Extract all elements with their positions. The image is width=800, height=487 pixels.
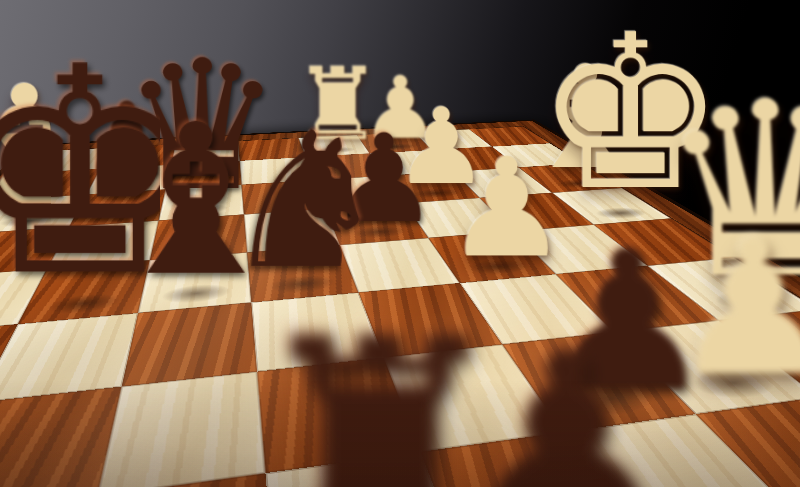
white-pawn: ♟	[784, 284, 800, 487]
chess-board: ♜♟♟♝♛♟♝♟♚♚♝♞♟♛♟♟♜♟♟	[0, 121, 800, 487]
board-grid: ♜♟♟♝♛♟♝♟♚♚♝♞♟♛♟♟♜♟♟	[0, 126, 800, 487]
board-scene: ♜♟♟♝♛♟♝♟♚♚♝♞♟♛♟♟♜♟♟	[0, 0, 800, 487]
black-king: ♚	[0, 30, 208, 316]
chess-photo-stage: ♜♟♟♝♛♟♝♟♚♚♝♞♟♛♟♟♜♟♟	[0, 0, 800, 487]
black-rook: ♜	[240, 298, 519, 487]
square-b4: ♚	[18, 260, 150, 324]
square-d1: ♜	[265, 452, 478, 487]
square-b2	[0, 387, 122, 487]
square-b3	[0, 313, 138, 403]
